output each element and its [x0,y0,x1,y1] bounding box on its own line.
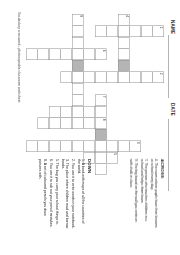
clue-number: 2 [160,73,164,75]
clue-item: 8. A set of coloured pencils you draw pi… [39,159,48,229]
grid-cell-shaded [118,60,130,72]
clue-item: 3. The place where children read and bor… [61,159,70,229]
down-list: 1. A book with maps of all the countries… [39,159,86,229]
grid-cell[interactable] [72,37,84,49]
clue-item: 7. The person who teaches children in a … [140,159,149,229]
grid-cell[interactable] [107,141,119,153]
grid-cell[interactable] [107,72,119,84]
clue-item: 1. A book with maps of all the countries… [77,159,86,229]
clue-number: 9 [80,15,84,17]
grid-cell[interactable] [61,118,73,130]
grid-cell[interactable] [72,106,84,118]
across-title: ACROSS [160,159,165,229]
scale-wrapper: NAME DATE 123456789 ACROSS 4. The room w… [0,0,180,255]
grid-cell[interactable] [72,95,84,107]
grid-cell[interactable] [72,141,84,153]
rotated-sheet: NAME DATE 123456789 ACROSS 4. The room w… [0,0,180,255]
clue-item: 2. You use it to write words in your not… [71,159,75,229]
grid-cell[interactable] [118,72,130,84]
worksheet-page: NAME DATE 123456789 ACROSS 4. The room w… [0,0,180,255]
name-label: NAME [170,20,175,34]
clue-number: 8 [103,119,107,121]
grid-cell[interactable] [49,106,61,118]
grid-cell[interactable] [141,26,153,38]
clue-number: 1 [160,27,164,29]
down-title: DOWN [87,159,92,229]
grid-cell[interactable] [141,72,153,84]
grid-cell[interactable] [118,26,130,38]
grid-cell[interactable] [118,49,130,61]
grid-cell[interactable]: 5 [107,152,119,164]
grid-cell[interactable] [118,37,130,49]
grid-cell[interactable] [107,26,119,38]
grid-cell[interactable]: 3 [130,141,142,153]
grid-cell[interactable] [118,141,130,153]
grid-cell[interactable]: 9 [72,14,84,26]
grid-cell[interactable] [72,118,84,130]
grid-cell[interactable] [95,152,107,164]
clue-item: 5. The bag you carry your school things … [55,159,59,229]
clue-number: 4 [126,15,130,17]
grid-cell[interactable] [95,164,107,176]
grid-cell[interactable] [49,49,61,61]
grid-cell[interactable] [130,26,142,38]
grid-cell[interactable]: 1 [153,26,165,38]
grid-cell[interactable] [95,106,107,118]
clue-item: 6. You use it to rub out your pencil mis… [49,159,53,229]
grid-cell[interactable] [72,72,84,84]
grid-cell[interactable] [61,72,73,84]
grid-cell[interactable] [26,49,38,61]
clue-number: 5 [114,153,118,155]
grid-cell[interactable] [49,141,61,153]
clue-number: 3 [137,142,141,144]
across-list: 4. The room where pupils have their less… [130,159,159,229]
grid-cell[interactable] [61,49,73,61]
crossword-grid[interactable]: 123456789 [26,14,164,175]
clue-item: 4. The room where pupils have their less… [150,159,159,229]
date-label: DATE [170,103,175,116]
watermark-text: Vocabulary crossword - photocopiable cla… [18,12,22,103]
clue-number: 7 [103,96,107,98]
grid-cell[interactable] [130,72,142,84]
date-fill-line[interactable] [168,119,169,191]
grid-cell[interactable] [95,26,107,38]
clue-item: 9. The big board on the wall you write o… [130,159,139,229]
grid-cell[interactable]: 7 [95,95,107,107]
grid-cell[interactable] [84,49,96,61]
grid-cell[interactable]: 2 [153,72,165,84]
clue-number: 6 [103,50,107,52]
grid-cell[interactable]: 4 [118,14,130,26]
grid-cell[interactable] [84,106,96,118]
grid-cell[interactable] [38,49,50,61]
grid-cell[interactable] [49,118,61,130]
grid-cell[interactable] [61,106,73,118]
grid-cell[interactable] [61,141,73,153]
name-fill-line[interactable] [168,35,169,98]
grid-cell[interactable] [72,83,84,95]
grid-cell[interactable]: 8 [95,118,107,130]
grid-cell-shaded [95,129,107,141]
grid-cell-shaded [72,60,84,72]
grid-cell[interactable] [95,72,107,84]
grid-cell[interactable] [72,26,84,38]
grid-cell[interactable] [84,118,96,130]
grid-cell[interactable] [95,141,107,153]
grid-cell[interactable] [84,72,96,84]
grid-cell[interactable]: 6 [95,49,107,61]
grid-cell[interactable] [26,141,38,153]
grid-cell[interactable] [38,141,50,153]
grid-cell[interactable] [38,118,50,130]
grid-cell[interactable] [84,141,96,153]
down-clues-block: DOWN 1. A book with maps of all the coun… [37,159,92,229]
grid-cell[interactable] [72,49,84,61]
across-clues-block: ACROSS 4. The room where pupils have the… [128,159,165,229]
